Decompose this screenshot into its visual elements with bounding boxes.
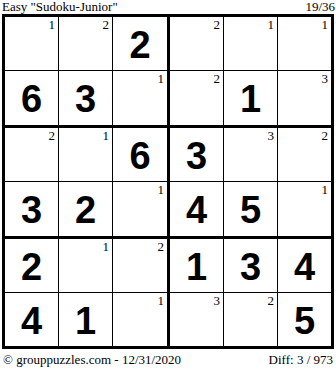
cell-r3c4[interactable]: 3: [170, 128, 224, 182]
cell-r1c2[interactable]: 2: [59, 17, 113, 71]
footer: © grouppuzzles.com - 12/31/2020 Diff: 3 …: [3, 352, 333, 367]
cell-value: 5: [294, 302, 315, 340]
cell-r3c6[interactable]: 2: [278, 128, 331, 182]
cell-r5c2[interactable]: 1: [59, 239, 113, 293]
cell-r4c1[interactable]: 3: [5, 182, 59, 239]
cell-r4c2[interactable]: 2: [59, 182, 113, 239]
corner-hint: 3: [322, 71, 329, 86]
cell-value: 3: [186, 137, 207, 175]
cell-r5c5[interactable]: 3: [224, 239, 278, 293]
corner-hint: 2: [214, 71, 221, 86]
cell-r2c3[interactable]: 1: [113, 71, 170, 128]
cell-value: 3: [21, 191, 42, 229]
cell-value: 4: [294, 248, 315, 286]
cell-value: 2: [21, 248, 42, 286]
corner-hint: 1: [268, 17, 275, 32]
cell-r3c5[interactable]: 3: [224, 128, 278, 182]
cell-r6c5[interactable]: 2: [224, 293, 278, 346]
cell-r6c4[interactable]: 3: [170, 293, 224, 346]
progress-counter: 19/36: [305, 0, 335, 14]
cell-r6c3[interactable]: 1: [113, 293, 170, 346]
corner-hint: 2: [49, 128, 56, 143]
cell-value: 3: [75, 80, 96, 118]
copyright-label: © grouppuzzles.com - 12/31/2020: [3, 352, 181, 367]
corner-hint: 1: [103, 128, 110, 143]
cell-r4c6[interactable]: 1: [278, 182, 331, 239]
corner-hint: 1: [158, 293, 165, 308]
cell-r1c3[interactable]: 2: [113, 17, 170, 71]
cell-value: 6: [21, 80, 42, 118]
cell-r5c1[interactable]: 2: [5, 239, 59, 293]
cell-r1c1[interactable]: 1: [5, 17, 59, 71]
cell-value: 3: [240, 248, 261, 286]
cell-value: 5: [240, 191, 261, 229]
corner-hint: 2: [268, 293, 275, 308]
cell-value: 1: [240, 80, 261, 118]
cell-r2c5[interactable]: 1: [224, 71, 278, 128]
page-title: Easy "Sudoku-Junior": [2, 0, 118, 14]
cell-r3c1[interactable]: 2: [5, 128, 59, 182]
cell-value: 1: [75, 302, 96, 340]
corner-hint: 1: [49, 17, 56, 32]
corner-hint: 3: [268, 128, 275, 143]
corner-hint: 1: [158, 182, 165, 197]
corner-hint: 1: [158, 71, 165, 86]
corner-hint: 3: [214, 293, 221, 308]
cell-r1c6[interactable]: 1: [278, 17, 331, 71]
cell-r5c4[interactable]: 1: [170, 239, 224, 293]
cell-value: 6: [129, 137, 150, 175]
corner-hint: 2: [214, 17, 221, 32]
corner-hint: 1: [322, 17, 329, 32]
sudoku-grid: 122211631213216332321451212134411325: [2, 14, 334, 349]
cell-r6c6[interactable]: 5: [278, 293, 331, 346]
cell-value: 2: [129, 26, 150, 64]
cell-value: 1: [186, 248, 207, 286]
cell-r2c4[interactable]: 2: [170, 71, 224, 128]
cell-r2c6[interactable]: 3: [278, 71, 331, 128]
header: Easy "Sudoku-Junior" 19/36: [2, 0, 335, 14]
cell-r5c6[interactable]: 4: [278, 239, 331, 293]
corner-hint: 1: [103, 239, 110, 254]
cell-r1c4[interactable]: 2: [170, 17, 224, 71]
cell-r3c2[interactable]: 1: [59, 128, 113, 182]
cell-r4c3[interactable]: 1: [113, 182, 170, 239]
difficulty-label: Diff: 3 / 973: [269, 352, 333, 367]
cell-r3c3[interactable]: 6: [113, 128, 170, 182]
cell-value: 4: [186, 191, 207, 229]
corner-hint: 2: [322, 128, 329, 143]
cell-r2c2[interactable]: 3: [59, 71, 113, 128]
cell-r2c1[interactable]: 6: [5, 71, 59, 128]
corner-hint: 1: [322, 182, 329, 197]
cell-r5c3[interactable]: 2: [113, 239, 170, 293]
cell-r6c1[interactable]: 4: [5, 293, 59, 346]
cell-r4c5[interactable]: 5: [224, 182, 278, 239]
corner-hint: 2: [103, 17, 110, 32]
cell-r4c4[interactable]: 4: [170, 182, 224, 239]
cell-value: 2: [75, 191, 96, 229]
cell-r6c2[interactable]: 1: [59, 293, 113, 346]
corner-hint: 2: [158, 239, 165, 254]
cell-r1c5[interactable]: 1: [224, 17, 278, 71]
cell-value: 4: [21, 302, 42, 340]
